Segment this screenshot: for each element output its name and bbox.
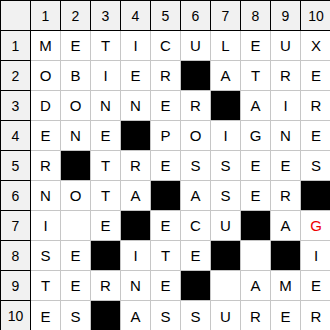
- black-cell-r9c6: [181, 271, 211, 301]
- row-header-3: 3: [1, 91, 31, 121]
- cell-letter: S: [220, 158, 230, 173]
- cell-r8c2[interactable]: E: [61, 241, 91, 271]
- cell-letter: E: [70, 278, 80, 293]
- cell-r1c2[interactable]: E: [61, 31, 91, 61]
- cell-r3c2[interactable]: O: [61, 91, 91, 121]
- cell-r6c1[interactable]: N: [31, 181, 61, 211]
- cell-r10c5[interactable]: S: [151, 301, 181, 330]
- cell-r5c3[interactable]: T: [91, 151, 121, 181]
- cell-r6c2[interactable]: O: [61, 181, 91, 211]
- cell-letter: I: [314, 248, 318, 263]
- row-header-9: 9: [1, 271, 31, 301]
- cell-r9c9[interactable]: M: [271, 271, 301, 301]
- cell-letter: E: [160, 158, 170, 173]
- cell-letter: R: [40, 158, 51, 173]
- cell-r3c10[interactable]: R: [301, 91, 330, 121]
- cell-letter: E: [311, 128, 321, 143]
- cell-letter: U: [190, 38, 201, 53]
- cell-letter: O: [70, 98, 82, 113]
- black-cell-r8c3: [91, 241, 121, 271]
- black-cell-r2c6: [181, 61, 211, 91]
- col-header-5: 5: [151, 1, 181, 31]
- cell-letter: N: [100, 98, 111, 113]
- cell-letter: U: [280, 38, 291, 53]
- cell-letter: R: [160, 68, 171, 83]
- cell-r8c5[interactable]: T: [151, 241, 181, 271]
- black-cell-r7c8: [241, 211, 271, 241]
- col-header-4: 4: [121, 1, 151, 31]
- cell-r9c4[interactable]: N: [121, 271, 151, 301]
- row-header-8: 8: [1, 241, 31, 271]
- cell-letter: E: [250, 188, 260, 203]
- cell-r2c5[interactable]: R: [151, 61, 181, 91]
- cell-r8c4[interactable]: I: [121, 241, 151, 271]
- cell-r10c4[interactable]: A: [121, 301, 151, 330]
- cell-letter: 3: [12, 99, 20, 113]
- cell-letter: N: [70, 128, 81, 143]
- cell-letter: S: [40, 248, 50, 263]
- black-cell-r5c2: [61, 151, 91, 181]
- cell-letter: E: [190, 248, 200, 263]
- black-cell-r3c7: [211, 91, 241, 121]
- col-header-3: 3: [91, 1, 121, 31]
- cell-letter: U: [220, 309, 231, 324]
- cell-letter: A: [130, 309, 140, 324]
- cell-r5c10[interactable]: S: [301, 151, 330, 181]
- cell-r9c3[interactable]: R: [91, 271, 121, 301]
- cell-r7c5[interactable]: E: [151, 211, 181, 241]
- cell-r4c2[interactable]: N: [61, 121, 91, 151]
- cell-r2c7[interactable]: A: [211, 61, 241, 91]
- cell-r7c1[interactable]: I: [31, 211, 61, 241]
- cell-r7c3[interactable]: E: [91, 211, 121, 241]
- cell-r1c3[interactable]: T: [91, 31, 121, 61]
- cell-letter: A: [250, 98, 260, 113]
- col-header-6: 6: [181, 1, 211, 31]
- cell-letter: E: [280, 158, 290, 173]
- cell-r1c1[interactable]: M: [31, 31, 61, 61]
- cell-letter: M: [39, 38, 52, 53]
- cell-letter: T: [101, 158, 110, 173]
- cell-letter: 5: [12, 159, 20, 173]
- cell-r9c10[interactable]: E: [301, 271, 330, 301]
- cell-r3c1[interactable]: D: [31, 91, 61, 121]
- cell-letter: 6: [12, 189, 20, 203]
- cell-r1c4[interactable]: I: [121, 31, 151, 61]
- cell-letter: S: [311, 158, 321, 173]
- cell-r3c4[interactable]: N: [121, 91, 151, 121]
- cell-r9c5[interactable]: E: [151, 271, 181, 301]
- cell-letter: E: [160, 218, 170, 233]
- cell-letter: E: [160, 278, 170, 293]
- cell-letter: T: [101, 188, 110, 203]
- cell-letter: P: [160, 128, 170, 143]
- cell-r3c3[interactable]: N: [91, 91, 121, 121]
- cell-letter: R: [311, 309, 322, 324]
- cell-r3c9[interactable]: I: [271, 91, 301, 121]
- cell-letter: M: [279, 278, 292, 293]
- cell-letter: S: [190, 309, 200, 324]
- cell-r10c7[interactable]: U: [211, 301, 241, 330]
- black-cell-r8c7: [211, 241, 241, 271]
- cell-letter: O: [190, 128, 202, 143]
- cell-r2c1[interactable]: O: [31, 61, 61, 91]
- row-header-4: 4: [1, 121, 31, 151]
- cell-r5c5[interactable]: E: [151, 151, 181, 181]
- cell-letter: N: [130, 278, 141, 293]
- cell-r1c6[interactable]: U: [181, 31, 211, 61]
- cell-r10c6[interactable]: S: [181, 301, 211, 330]
- cell-r4c9[interactable]: N: [271, 121, 301, 151]
- cell-r10c9[interactable]: E: [271, 301, 301, 330]
- cell-r9c7[interactable]: [211, 271, 241, 301]
- row-header-7: 7: [1, 211, 31, 241]
- cell-letter: 7: [12, 219, 20, 233]
- cell-r7c9[interactable]: A: [271, 211, 301, 241]
- cell-r4c8[interactable]: G: [241, 121, 271, 151]
- cell-r5c7[interactable]: S: [211, 151, 241, 181]
- cell-r7c7[interactable]: U: [211, 211, 241, 241]
- cell-r10c2[interactable]: S: [61, 301, 91, 330]
- cell-r3c5[interactable]: E: [151, 91, 181, 121]
- cell-r1c10[interactable]: X: [301, 31, 330, 61]
- cell-letter: C: [190, 218, 201, 233]
- cell-letter: I: [133, 248, 137, 263]
- cell-letter: 9: [12, 279, 20, 293]
- cell-letter: E: [250, 158, 260, 173]
- cell-letter: T: [41, 278, 50, 293]
- cell-letter: 6: [192, 9, 200, 23]
- cell-letter: N: [130, 98, 141, 113]
- cell-r6c8[interactable]: E: [241, 181, 271, 211]
- cell-letter: R: [250, 309, 261, 324]
- cell-letter: A: [190, 188, 200, 203]
- cell-r5c8[interactable]: E: [241, 151, 271, 181]
- cell-letter: T: [251, 68, 260, 83]
- cell-letter: E: [70, 38, 80, 53]
- cell-letter: E: [280, 309, 290, 324]
- col-header-10: 10: [301, 1, 330, 31]
- cell-letter: R: [190, 98, 201, 113]
- cell-r2c8[interactable]: T: [241, 61, 271, 91]
- cell-letter: I: [103, 68, 107, 83]
- black-cell-r7c4: [121, 211, 151, 241]
- cell-letter: I: [283, 98, 287, 113]
- col-header-7: 7: [211, 1, 241, 31]
- cell-r9c2[interactable]: E: [61, 271, 91, 301]
- black-cell-r6c5: [151, 181, 181, 211]
- cell-letter: A: [220, 68, 230, 83]
- cell-letter: T: [161, 248, 170, 263]
- cell-letter: 2: [12, 69, 20, 83]
- cell-r7c2[interactable]: [61, 211, 91, 241]
- cell-r2c2[interactable]: B: [61, 61, 91, 91]
- cell-letter: R: [130, 158, 141, 173]
- cell-r7c6[interactable]: C: [181, 211, 211, 241]
- cell-letter: I: [133, 38, 137, 53]
- cell-letter: 4: [132, 9, 140, 23]
- cell-letter: 1: [12, 39, 20, 53]
- cell-letter: S: [220, 188, 230, 203]
- col-header-8: 8: [241, 1, 271, 31]
- cell-letter: E: [100, 128, 110, 143]
- cell-letter: 8: [252, 9, 260, 23]
- cell-letter: 9: [282, 9, 290, 23]
- cell-letter: T: [101, 38, 110, 53]
- col-header-1: 1: [31, 1, 61, 31]
- row-header-2: 2: [1, 61, 31, 91]
- cell-letter: I: [223, 128, 227, 143]
- cell-r1c9[interactable]: U: [271, 31, 301, 61]
- cell-letter: 5: [162, 9, 170, 23]
- cell-letter: N: [280, 128, 291, 143]
- cell-letter: E: [40, 309, 50, 324]
- cell-letter: G: [310, 218, 322, 233]
- cell-letter: S: [70, 309, 80, 324]
- cell-letter: E: [40, 128, 50, 143]
- cell-letter: E: [311, 278, 321, 293]
- cell-r9c1[interactable]: T: [31, 271, 61, 301]
- cell-r6c7[interactable]: S: [211, 181, 241, 211]
- cell-letter: B: [70, 68, 80, 83]
- cell-r8c6[interactable]: E: [181, 241, 211, 271]
- cell-letter: R: [280, 188, 291, 203]
- cell-r8c10[interactable]: I: [301, 241, 330, 271]
- cell-letter: 8: [12, 249, 20, 263]
- cell-letter: R: [280, 68, 291, 83]
- cell-letter: 2: [72, 9, 80, 23]
- cell-r1c7[interactable]: L: [211, 31, 241, 61]
- cell-letter: X: [311, 38, 321, 53]
- cell-letter: E: [130, 68, 140, 83]
- cell-letter: 10: [8, 309, 24, 323]
- cell-r5c1[interactable]: R: [31, 151, 61, 181]
- cell-letter: 10: [308, 9, 324, 23]
- cell-r4c7[interactable]: I: [211, 121, 241, 151]
- cell-letter: S: [190, 158, 200, 173]
- cell-letter: E: [311, 68, 321, 83]
- cell-r4c10[interactable]: E: [301, 121, 330, 151]
- cell-letter: 3: [102, 9, 110, 23]
- cell-r1c8[interactable]: E: [241, 31, 271, 61]
- cell-letter: I: [43, 218, 47, 233]
- col-header-9: 9: [271, 1, 301, 31]
- cell-r4c5[interactable]: P: [151, 121, 181, 151]
- cell-r8c1[interactable]: S: [31, 241, 61, 271]
- cell-r10c10[interactable]: R: [301, 301, 330, 330]
- cell-r8c8[interactable]: [241, 241, 271, 271]
- cell-letter: O: [70, 188, 82, 203]
- black-cell-r10c3: [91, 301, 121, 330]
- cell-r3c8[interactable]: A: [241, 91, 271, 121]
- cell-letter: E: [100, 218, 110, 233]
- cell-letter: S: [160, 309, 170, 324]
- cell-r7c10[interactable]: G: [301, 211, 330, 241]
- cell-r2c3[interactable]: I: [91, 61, 121, 91]
- cell-r4c3[interactable]: E: [91, 121, 121, 151]
- cell-r5c9[interactable]: E: [271, 151, 301, 181]
- cell-letter: L: [221, 38, 229, 53]
- cell-letter: 4: [12, 129, 20, 143]
- black-cell-r4c4: [121, 121, 151, 151]
- cell-letter: 7: [222, 9, 230, 23]
- row-header-5: 5: [1, 151, 31, 181]
- cell-r5c4[interactable]: R: [121, 151, 151, 181]
- row-header-6: 6: [1, 181, 31, 211]
- cell-r2c4[interactable]: E: [121, 61, 151, 91]
- cell-r1c5[interactable]: C: [151, 31, 181, 61]
- cell-letter: C: [160, 38, 171, 53]
- cell-letter: D: [40, 98, 51, 113]
- cell-r6c6[interactable]: A: [181, 181, 211, 211]
- cell-r10c8[interactable]: R: [241, 301, 271, 330]
- cell-r9c8[interactable]: A: [241, 271, 271, 301]
- cell-r4c1[interactable]: E: [31, 121, 61, 151]
- cell-r6c3[interactable]: T: [91, 181, 121, 211]
- cell-letter: O: [40, 68, 52, 83]
- col-header-2: 2: [61, 1, 91, 31]
- cell-letter: A: [250, 278, 260, 293]
- cell-letter: E: [160, 98, 170, 113]
- corner-cell: [1, 1, 31, 31]
- cell-r6c4[interactable]: A: [121, 181, 151, 211]
- row-header-1: 1: [1, 31, 31, 61]
- cell-letter: R: [100, 278, 111, 293]
- cell-letter: A: [130, 188, 140, 203]
- black-cell-r8c9: [271, 241, 301, 271]
- row-header-10: 10: [1, 301, 31, 330]
- crossword-board: 123456789101METICULEUX2OBIERATRE3DONNERA…: [0, 0, 330, 330]
- cell-r5c6[interactable]: S: [181, 151, 211, 181]
- cell-letter: N: [40, 188, 51, 203]
- cell-r2c10[interactable]: E: [301, 61, 330, 91]
- cell-r4c6[interactable]: O: [181, 121, 211, 151]
- cell-letter: 1: [42, 9, 50, 23]
- cell-r6c9[interactable]: R: [271, 181, 301, 211]
- cell-r2c9[interactable]: R: [271, 61, 301, 91]
- cell-letter: A: [280, 218, 290, 233]
- cell-letter: E: [250, 38, 260, 53]
- cell-letter: G: [250, 128, 262, 143]
- cell-r10c1[interactable]: E: [31, 301, 61, 330]
- cell-letter: R: [311, 98, 322, 113]
- cell-letter: E: [70, 248, 80, 263]
- black-cell-r6c10: [301, 181, 330, 211]
- cell-letter: U: [220, 218, 231, 233]
- cell-r3c6[interactable]: R: [181, 91, 211, 121]
